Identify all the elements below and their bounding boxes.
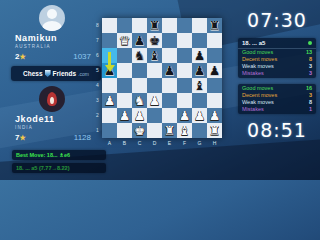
square-d2[interactable] <box>147 108 162 123</box>
piece-white-knight[interactable]: ♞ <box>134 93 145 108</box>
square-f7[interactable] <box>177 33 192 48</box>
square-h3[interactable] <box>207 93 222 108</box>
square-d6[interactable]: ♝ <box>147 48 162 63</box>
square-e4[interactable] <box>162 78 177 93</box>
clock-top: 07:30 <box>238 9 316 31</box>
rank-label: 2 <box>94 108 101 123</box>
square-b2[interactable]: ♟ <box>117 108 132 123</box>
square-d1[interactable] <box>147 123 162 138</box>
best-move-text: Best Move: 18... ♗e6 <box>16 152 70 158</box>
stat-label-weak: Weak moves <box>242 63 274 70</box>
player-stars: 7★ <box>15 133 26 142</box>
square-b7[interactable]: ♛ <box>117 33 132 48</box>
stat-label-mistakes: Mistakes <box>242 70 264 77</box>
rank-label: 4 <box>94 78 101 93</box>
stat-value-mistakes: 1 <box>309 106 312 113</box>
avatar <box>39 5 65 31</box>
piece-black-rook[interactable]: ♜ <box>149 18 160 33</box>
star-icon: ★ <box>19 134 25 141</box>
square-a8[interactable] <box>102 18 117 33</box>
piece-white-pawn[interactable]: ♟ <box>149 93 160 108</box>
square-a7[interactable] <box>102 33 117 48</box>
file-label: B <box>117 139 132 147</box>
file-label: C <box>132 139 147 147</box>
shield-icon <box>45 70 51 77</box>
square-b1[interactable] <box>117 123 132 138</box>
avatar <box>39 86 65 112</box>
square-b3[interactable] <box>117 93 132 108</box>
chessfriends-logo[interactable]: ChessFriends.com <box>11 66 101 81</box>
logo-text-tld: .com <box>78 71 89 77</box>
square-h5[interactable]: ♟ <box>207 63 222 78</box>
square-g7[interactable] <box>192 33 207 48</box>
square-d3[interactable]: ♟ <box>147 93 162 108</box>
piece-white-rook[interactable]: ♜ <box>209 123 220 138</box>
piece-black-rook[interactable]: ♜ <box>209 18 220 33</box>
square-e8[interactable] <box>162 18 177 33</box>
square-c2[interactable]: ♟ <box>132 108 147 123</box>
star-icon: ★ <box>19 53 25 60</box>
piece-white-pawn[interactable]: ♟ <box>209 108 220 123</box>
rank-label: 6 <box>94 48 101 63</box>
square-b5[interactable] <box>117 63 132 78</box>
square-d7[interactable]: ♚ <box>147 33 162 48</box>
square-a1[interactable] <box>102 123 117 138</box>
piece-white-pawn[interactable]: ♟ <box>179 108 190 123</box>
square-e6[interactable] <box>162 48 177 63</box>
stat-label-mistakes: Mistakes <box>242 106 264 113</box>
player-stars: 2★ <box>15 52 26 61</box>
piece-black-bishop[interactable]: ♝ <box>149 48 160 63</box>
square-a5[interactable]: ♟ <box>102 63 117 78</box>
file-label: D <box>147 139 162 147</box>
piece-white-pawn[interactable]: ♟ <box>119 108 130 123</box>
stat-label-decent: Decent moves <box>242 92 277 99</box>
square-g2[interactable]: ♟ <box>192 108 207 123</box>
piece-black-pawn[interactable]: ♟ <box>134 33 145 48</box>
clock-bottom: 08:51 <box>238 119 316 141</box>
piece-white-queen[interactable]: ♛ <box>119 33 130 48</box>
square-g3[interactable] <box>192 93 207 108</box>
player-country: AUSTRALIA <box>10 44 94 49</box>
logo-text-chess: Chess <box>23 70 43 77</box>
player-card-top[interactable]: Namikun AUSTRALIA 2★ 1037 <box>10 5 94 61</box>
move-stats-panel-bottom: Good moves16 Decent moves3 Weak moves8 M… <box>238 84 316 114</box>
square-g1[interactable] <box>192 123 207 138</box>
square-c5[interactable] <box>132 63 147 78</box>
player-country: INDIA <box>10 125 94 130</box>
square-g4[interactable]: ♝ <box>192 78 207 93</box>
file-label: A <box>102 139 117 147</box>
avatar-silhouette <box>47 9 57 19</box>
file-label: H <box>207 139 222 147</box>
square-d4[interactable] <box>147 78 162 93</box>
piece-black-pawn[interactable]: ♟ <box>194 63 205 78</box>
player-card-bottom[interactable]: Jkode11 INDIA 7★ 1128 <box>10 86 94 142</box>
piece-white-rook[interactable]: ♜ <box>164 123 175 138</box>
square-b4[interactable] <box>117 78 132 93</box>
file-label: E <box>162 139 177 147</box>
chess-board: ♜♜♛♟♚♞♝♟♟♟♟♟♝♟♞♟♟♟♟♟♟♚♜♝♜ <box>102 18 222 138</box>
rank-label: 5 <box>94 63 101 78</box>
square-d8[interactable]: ♜ <box>147 18 162 33</box>
square-g5[interactable]: ♟ <box>192 63 207 78</box>
piece-white-pawn[interactable]: ♟ <box>104 93 115 108</box>
rank-label: 3 <box>94 93 101 108</box>
square-c7[interactable]: ♟ <box>132 33 147 48</box>
square-b6[interactable] <box>117 48 132 63</box>
stat-label-good: Good moves <box>242 85 273 92</box>
best-move-bar: Best Move: 18... ♗e6 <box>12 150 106 160</box>
rank-label: 1 <box>94 123 101 138</box>
square-e5[interactable]: ♟ <box>162 63 177 78</box>
panel-move-label: 18. ... a5 <box>242 40 265 46</box>
stat-value-weak: 8 <box>309 99 312 106</box>
piece-white-bishop[interactable]: ♝ <box>179 123 190 138</box>
square-f5[interactable] <box>177 63 192 78</box>
player-rating: 1128 <box>74 133 91 142</box>
square-a3[interactable]: ♟ <box>102 93 117 108</box>
played-move-bar: 18. ... a5 (7.77→8.22) <box>12 163 106 173</box>
piece-black-pawn[interactable]: ♟ <box>164 63 175 78</box>
square-e2[interactable] <box>162 108 177 123</box>
piece-white-pawn[interactable]: ♟ <box>194 108 205 123</box>
square-d5[interactable] <box>147 63 162 78</box>
played-move-text: 18. ... a5 (7.77→8.22) <box>16 165 70 171</box>
stat-label-decent: Decent moves <box>242 56 277 63</box>
avatar-silhouette <box>42 21 62 31</box>
square-f8[interactable] <box>177 18 192 33</box>
square-c8[interactable] <box>132 18 147 33</box>
avatar-flame-icon <box>47 92 57 106</box>
move-stats-panel-top: 18. ... a5 Good moves13 Decent moves8 We… <box>238 38 316 78</box>
stat-label-good: Good moves <box>242 49 273 56</box>
square-e3[interactable] <box>162 93 177 108</box>
piece-black-knight[interactable]: ♞ <box>134 48 145 63</box>
stat-label-weak: Weak moves <box>242 99 274 106</box>
file-label: F <box>177 139 192 147</box>
player-name: Jkode11 <box>10 114 94 124</box>
stat-value-weak: 3 <box>309 63 312 70</box>
square-f1[interactable]: ♝ <box>177 123 192 138</box>
square-f4[interactable] <box>177 78 192 93</box>
logo-text-friends: Friends <box>53 70 76 77</box>
square-a2[interactable] <box>102 108 117 123</box>
square-g6[interactable]: ♟ <box>192 48 207 63</box>
square-h7[interactable] <box>207 33 222 48</box>
rank-label: 8 <box>94 18 101 33</box>
square-b8[interactable] <box>117 18 132 33</box>
move-quality-dot <box>308 41 312 45</box>
piece-black-pawn[interactable]: ♟ <box>209 63 220 78</box>
square-h8[interactable]: ♜ <box>207 18 222 33</box>
stat-value-good: 16 <box>306 85 312 92</box>
square-h4[interactable] <box>207 78 222 93</box>
square-e7[interactable] <box>162 33 177 48</box>
stat-value-good: 13 <box>306 49 312 56</box>
square-h6[interactable] <box>207 48 222 63</box>
rank-label: 7 <box>94 33 101 48</box>
square-h2[interactable]: ♟ <box>207 108 222 123</box>
square-c3[interactable]: ♞ <box>132 93 147 108</box>
square-f6[interactable] <box>177 48 192 63</box>
stat-value-mistakes: 3 <box>309 70 312 77</box>
piece-white-pawn[interactable]: ♟ <box>134 108 145 123</box>
square-a6[interactable] <box>102 48 117 63</box>
square-h1[interactable]: ♜ <box>207 123 222 138</box>
square-c1[interactable]: ♚ <box>132 123 147 138</box>
stat-value-decent: 8 <box>309 56 312 63</box>
piece-black-bishop[interactable]: ♝ <box>194 78 205 93</box>
square-e1[interactable]: ♜ <box>162 123 177 138</box>
rank-labels: 87654321 <box>94 18 101 138</box>
player-name: Namikun <box>10 33 94 43</box>
piece-black-pawn[interactable]: ♟ <box>194 48 205 63</box>
stat-value-decent: 3 <box>309 92 312 99</box>
square-f2[interactable]: ♟ <box>177 108 192 123</box>
square-f3[interactable] <box>177 93 192 108</box>
square-g8[interactable] <box>192 18 207 33</box>
piece-white-king[interactable]: ♚ <box>134 123 145 138</box>
piece-black-king[interactable]: ♚ <box>149 33 160 48</box>
file-labels: ABCDEFGH <box>102 139 222 147</box>
piece-black-pawn[interactable]: ♟ <box>104 63 115 78</box>
square-c4[interactable] <box>132 78 147 93</box>
player-rating: 1037 <box>73 52 91 61</box>
square-c6[interactable]: ♞ <box>132 48 147 63</box>
file-label: G <box>192 139 207 147</box>
square-a4[interactable] <box>102 78 117 93</box>
